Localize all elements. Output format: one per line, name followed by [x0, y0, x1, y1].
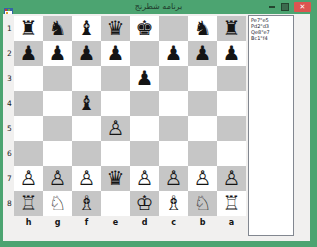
square-a2[interactable]: ♟ — [217, 41, 246, 66]
file-label: c — [159, 216, 188, 230]
square-a8[interactable]: ♖ — [217, 191, 246, 216]
square-c3[interactable] — [159, 66, 188, 91]
square-d5[interactable] — [130, 116, 159, 141]
square-h4[interactable] — [14, 91, 43, 116]
board-row: 8♖♘♗♔♗♘♖ — [5, 191, 246, 216]
square-e1[interactable]: ♛ — [101, 16, 130, 41]
square-g8[interactable]: ♘ — [43, 191, 72, 216]
minimize-button[interactable] — [268, 2, 276, 12]
square-a7[interactable]: ♙ — [217, 166, 246, 191]
move-list-item[interactable]: Bc1"f4 — [249, 35, 293, 41]
square-c4[interactable] — [159, 91, 188, 116]
white-pawn: ♙ — [101, 116, 130, 141]
square-d8[interactable]: ♔ — [130, 191, 159, 216]
title-bar: برنامه شطرنج ✕ — [0, 0, 317, 14]
square-f6[interactable] — [72, 141, 101, 166]
square-b4[interactable] — [188, 91, 217, 116]
square-d1[interactable]: ♚ — [130, 16, 159, 41]
white-pawn: ♙ — [188, 166, 217, 191]
black-bishop: ♝ — [72, 91, 101, 116]
square-a4[interactable] — [217, 91, 246, 116]
square-h2[interactable]: ♟ — [14, 41, 43, 66]
square-f5[interactable] — [72, 116, 101, 141]
black-rook: ♜ — [14, 16, 43, 41]
square-f1[interactable]: ♝ — [72, 16, 101, 41]
board: 1♜♞♝♛♚♞♜2♟♟♟♟♟♟♟3♟4♝5♙67♙♙♙♛♙♙♙♙8♖♘♗♔♗♘♖… — [5, 16, 246, 230]
board-row: 6 — [5, 141, 246, 166]
square-e6[interactable] — [101, 141, 130, 166]
square-g5[interactable] — [43, 116, 72, 141]
square-c2[interactable]: ♟ — [159, 41, 188, 66]
square-b8[interactable]: ♘ — [188, 191, 217, 216]
square-c8[interactable]: ♗ — [159, 191, 188, 216]
square-f7[interactable]: ♙ — [72, 166, 101, 191]
black-pawn: ♟ — [188, 41, 217, 66]
black-pawn: ♟ — [101, 41, 130, 66]
board-row: 4♝ — [5, 91, 246, 116]
white-queen: ♛ — [101, 166, 130, 191]
white-king: ♔ — [130, 191, 159, 216]
square-d2[interactable] — [130, 41, 159, 66]
white-knight: ♘ — [43, 191, 72, 216]
file-label: g — [43, 216, 72, 230]
square-e7[interactable]: ♛ — [101, 166, 130, 191]
board-row: 5♙ — [5, 116, 246, 141]
white-pawn: ♙ — [43, 166, 72, 191]
square-f8[interactable]: ♗ — [72, 191, 101, 216]
board-row: 7♙♙♙♛♙♙♙♙ — [5, 166, 246, 191]
square-d4[interactable] — [130, 91, 159, 116]
minimize-icon — [269, 6, 275, 8]
square-f4[interactable]: ♝ — [72, 91, 101, 116]
black-pawn: ♟ — [43, 41, 72, 66]
square-g3[interactable] — [43, 66, 72, 91]
rank-label: 2 — [5, 41, 14, 66]
square-g2[interactable]: ♟ — [43, 41, 72, 66]
square-h5[interactable] — [14, 116, 43, 141]
square-c6[interactable] — [159, 141, 188, 166]
white-knight: ♘ — [188, 191, 217, 216]
corner-spacer — [5, 216, 14, 230]
white-pawn: ♙ — [217, 166, 246, 191]
client-area: 1♜♞♝♛♚♞♜2♟♟♟♟♟♟♟3♟4♝5♙67♙♙♙♛♙♙♙♙8♖♘♗♔♗♘♖… — [3, 14, 310, 241]
rank-label: 5 — [5, 116, 14, 141]
square-b7[interactable]: ♙ — [188, 166, 217, 191]
square-b6[interactable] — [188, 141, 217, 166]
white-bishop: ♗ — [72, 191, 101, 216]
square-g7[interactable]: ♙ — [43, 166, 72, 191]
white-rook: ♖ — [217, 191, 246, 216]
white-pawn: ♙ — [14, 166, 43, 191]
white-rook: ♖ — [14, 191, 43, 216]
square-d3[interactable]: ♟ — [130, 66, 159, 91]
square-a5[interactable] — [217, 116, 246, 141]
square-d7[interactable]: ♙ — [130, 166, 159, 191]
maximize-button[interactable] — [281, 2, 289, 12]
file-label: h — [14, 216, 43, 230]
file-labels-row: hgfedcba — [5, 216, 246, 230]
square-f3[interactable] — [72, 66, 101, 91]
rank-label: 3 — [5, 66, 14, 91]
square-c7[interactable]: ♙ — [159, 166, 188, 191]
rank-label: 4 — [5, 91, 14, 116]
rank-label: 6 — [5, 141, 14, 166]
file-label: a — [217, 216, 246, 230]
square-d6[interactable] — [130, 141, 159, 166]
square-e8[interactable] — [101, 191, 130, 216]
square-h3[interactable] — [14, 66, 43, 91]
square-g1[interactable]: ♞ — [43, 16, 72, 41]
file-label: f — [72, 216, 101, 230]
rank-label: 7 — [5, 166, 14, 191]
rank-label: 1 — [5, 16, 14, 41]
board-row: 2♟♟♟♟♟♟♟ — [5, 41, 246, 66]
white-bishop: ♗ — [159, 191, 188, 216]
black-pawn: ♟ — [217, 41, 246, 66]
black-pawn: ♟ — [72, 41, 101, 66]
square-h6[interactable] — [14, 141, 43, 166]
square-a6[interactable] — [217, 141, 246, 166]
square-e2[interactable]: ♟ — [101, 41, 130, 66]
square-b5[interactable] — [188, 116, 217, 141]
square-b2[interactable]: ♟ — [188, 41, 217, 66]
file-label: d — [130, 216, 159, 230]
board-row: 1♜♞♝♛♚♞♜ — [5, 16, 246, 41]
black-pawn: ♟ — [130, 66, 159, 91]
square-a1[interactable]: ♜ — [217, 16, 246, 41]
black-queen: ♛ — [101, 16, 130, 41]
square-g6[interactable] — [43, 141, 72, 166]
black-knight: ♞ — [43, 16, 72, 41]
square-b3[interactable] — [188, 66, 217, 91]
maximize-icon — [281, 3, 289, 11]
file-label: b — [188, 216, 217, 230]
square-f2[interactable]: ♟ — [72, 41, 101, 66]
square-h7[interactable]: ♙ — [14, 166, 43, 191]
white-pawn: ♙ — [159, 166, 188, 191]
black-rook: ♜ — [217, 16, 246, 41]
black-knight: ♞ — [188, 16, 217, 41]
move-list[interactable]: Pe7"e5Pd2"d3Qe8"e7Bc1"f4 — [248, 15, 294, 236]
black-bishop: ♝ — [72, 16, 101, 41]
black-king: ♚ — [130, 16, 159, 41]
square-c1[interactable] — [159, 16, 188, 41]
close-button[interactable]: ✕ — [294, 2, 311, 12]
square-e5[interactable]: ♙ — [101, 116, 130, 141]
black-pawn: ♟ — [159, 41, 188, 66]
black-pawn: ♟ — [14, 41, 43, 66]
board-row: 3♟ — [5, 66, 246, 91]
square-a3[interactable] — [217, 66, 246, 91]
square-b1[interactable]: ♞ — [188, 16, 217, 41]
file-label: e — [101, 216, 130, 230]
square-c5[interactable] — [159, 116, 188, 141]
square-h8[interactable]: ♖ — [14, 191, 43, 216]
square-g4[interactable] — [43, 91, 72, 116]
rank-label: 8 — [5, 191, 14, 216]
app-window: برنامه شطرنج ✕ 1♜♞♝♛♚♞♜2♟♟♟♟♟♟♟3♟4♝5♙67♙… — [0, 0, 317, 247]
square-e3[interactable] — [101, 66, 130, 91]
white-pawn: ♙ — [130, 166, 159, 191]
square-e4[interactable] — [101, 91, 130, 116]
window-controls: ✕ — [268, 0, 311, 14]
square-h1[interactable]: ♜ — [14, 16, 43, 41]
white-pawn: ♙ — [72, 166, 101, 191]
